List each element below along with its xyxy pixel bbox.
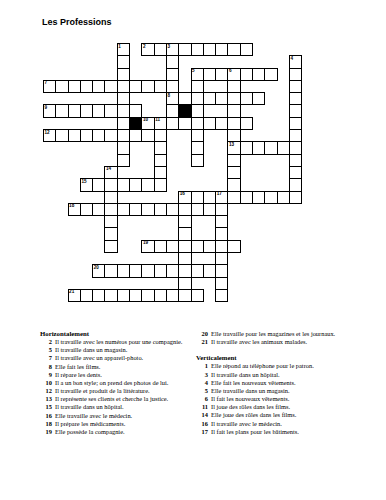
grid-cell-r11c9[interactable] [154,179,166,191]
empty-space [142,166,154,178]
grid-cell-r12c12[interactable] [191,191,203,203]
empty-space [142,56,154,68]
empty-space [265,117,277,129]
clue-number: 8 [40,363,55,371]
clue-text: Il joue des rôles dans les films. [211,403,350,411]
empty-space [228,253,240,265]
empty-space [154,228,166,240]
grid-cell-r15c5[interactable] [105,228,117,240]
grid-cell-r7c2[interactable] [68,130,80,142]
grid-cell-r8c12[interactable] [191,142,203,154]
grid-cell-r12c16[interactable] [240,191,252,203]
grid-cell-r9c20[interactable] [289,154,301,166]
grid-cell-r18c5[interactable] [105,265,117,277]
grid-cell-r5c15[interactable] [228,105,240,117]
empty-space [93,253,105,265]
cell-number-19: 19 [143,240,148,245]
grid-cell-r16c10[interactable] [166,240,178,252]
grid-cell-r6c10[interactable] [166,117,178,129]
empty-space [240,56,252,68]
grid-cell-r13c10[interactable] [166,203,178,215]
empty-space [289,289,301,301]
grid-cell-r8c18[interactable] [265,142,277,154]
empty-space [253,203,265,215]
empty-space [203,105,215,117]
grid-cell-r8c15[interactable]: 13 [228,142,240,154]
grid-cell-r20c11[interactable] [179,289,191,301]
empty-space [265,130,277,142]
grid-cell-r1c20[interactable]: 4 [289,56,301,68]
grid-cell-r11c5[interactable] [105,179,117,191]
clue-text: Elle travaille dans un magasin. [211,387,350,395]
grid-cell-r3c3[interactable] [80,80,92,92]
grid-cell-r3c12[interactable] [191,80,203,92]
grid-cell-r11c20[interactable] [289,179,301,191]
grid-cell-r4c20[interactable] [289,93,301,105]
empty-space [289,216,301,228]
grid-cell-r20c4[interactable] [93,289,105,301]
clue-text: Il travaille dans un hôpital. [55,403,197,411]
grid-cell-r12c13[interactable] [203,191,215,203]
grid-cell-r2c15[interactable]: 6 [228,68,240,80]
grid-cell-r17c14[interactable] [216,253,228,265]
grid-cell-r8c9[interactable] [154,142,166,154]
empty-space [130,154,142,166]
empty-space [191,166,203,178]
empty-space [277,203,289,215]
grid-cell-r2c6[interactable] [117,68,129,80]
grid-cell-r18c14[interactable] [216,265,228,277]
empty-space [191,216,203,228]
empty-space [289,265,301,277]
grid-cell-r4c11[interactable] [179,93,191,105]
grid-cell-r1c6[interactable] [117,56,129,68]
empty-space [93,277,105,289]
grid-cell-r5c6[interactable] [117,105,129,117]
clue-number: 18 [40,420,55,428]
grid-cell-r7c6[interactable] [117,130,129,142]
grid-cell-r3c6[interactable] [117,80,129,92]
grid-cell-r6c8[interactable]: 10 [142,117,154,129]
grid-cell-r3c0[interactable]: 7 [44,80,56,92]
grid-cell-r3c8[interactable] [142,80,154,92]
empty-space [277,130,289,142]
grid-cell-r7c12[interactable] [191,130,203,142]
empty-space [265,80,277,92]
down-header: Verticalement [196,354,350,362]
grid-cell-r9c9[interactable] [154,154,166,166]
grid-cell-r3c7[interactable] [130,80,142,92]
empty-space [44,93,56,105]
empty-space [265,265,277,277]
cell-number-11: 11 [155,117,160,122]
grid-cell-r8c17[interactable] [253,142,265,154]
empty-space [240,166,252,178]
empty-space [117,253,129,265]
grid-cell-r20c9[interactable] [154,289,166,301]
grid-cell-r3c2[interactable] [68,80,80,92]
grid-cell-r6c6[interactable] [117,117,129,129]
clue-number: 5 [196,387,211,395]
grid-cell-r9c6[interactable] [117,154,129,166]
grid-cell-r9c12[interactable] [191,154,203,166]
grid-cell-r7c20[interactable] [289,130,301,142]
empty-space [142,93,154,105]
empty-space [93,216,105,228]
grid-cell-r7c8[interactable] [142,130,154,142]
grid-cell-r16c5[interactable] [105,240,117,252]
empty-space [68,216,80,228]
grid-cell-r1c10[interactable] [166,56,178,68]
empty-space [289,277,301,289]
empty-space [93,142,105,154]
grid-cell-r12c11[interactable]: 16 [179,191,191,203]
grid-cell-r5c20[interactable] [289,105,301,117]
empty-space [142,154,154,166]
grid-cell-r10c15[interactable] [228,166,240,178]
empty-space [130,142,142,154]
grid-cell-r2c17[interactable] [253,68,265,80]
grid-cell-r4c16[interactable] [240,93,252,105]
grid-cell-r4c15[interactable] [228,93,240,105]
grid-cell-r13c9[interactable] [154,203,166,215]
grid-cell-r13c2[interactable]: 18 [68,203,80,215]
empty-space [44,240,56,252]
grid-cell-r8c6[interactable] [117,142,129,154]
cell-number-2: 2 [143,44,146,49]
grid-cell-r8c16[interactable] [240,142,252,154]
grid-cell-r7c0[interactable]: 12 [44,130,56,142]
grid-cell-r0c16[interactable] [240,44,252,56]
clue-number: 9 [40,371,55,379]
grid-cell-r3c10[interactable] [166,80,178,92]
across-clue-19: 19Elle possède la compagnie. [40,428,197,436]
grid-cell-r0c12[interactable] [191,44,203,56]
down-clue-16: 16Il travaille avec le médecin. [196,420,350,428]
clue-number: 2 [40,338,55,346]
grid-cell-r2c10[interactable] [166,68,178,80]
grid-cell-r16c8[interactable]: 19 [142,240,154,252]
grid-cell-r20c12[interactable] [191,289,203,301]
empty-space [253,253,265,265]
empty-space [265,289,277,301]
grid-cell-r20c5[interactable] [105,289,117,301]
empty-space [240,179,252,191]
empty-space [56,228,68,240]
down-clue-6: 6Il fait les nouveaux vêtements. [196,395,350,403]
grid-cell-r4c14[interactable] [216,93,228,105]
grid-cell-r2c20[interactable] [289,68,301,80]
grid-cell-r5c5[interactable] [105,105,117,117]
grid-cell-r11c3[interactable]: 15 [80,179,92,191]
grid-cell-r5c10[interactable] [166,105,178,117]
empty-space [44,166,56,178]
empty-space [253,105,265,117]
grid-cell-r13c12[interactable] [191,203,203,215]
empty-space [191,56,203,68]
grid-cell-r2c14[interactable] [216,68,228,80]
grid-cell-r7c3[interactable] [80,130,92,142]
across-clue-12: 12Il travaille et produit de la littérat… [40,387,197,395]
grid-cell-r12c15[interactable] [228,191,240,203]
empty-space [80,277,92,289]
empty-space [253,289,265,301]
empty-space [216,105,228,117]
empty-space [265,154,277,166]
grid-cell-r3c5[interactable] [105,80,117,92]
grid-cell-r0c14[interactable] [216,44,228,56]
cell-number-7: 7 [45,80,48,85]
grid-cell-r3c1[interactable] [56,80,68,92]
empty-space [68,56,80,68]
empty-space [253,154,265,166]
grid-cell-r5c7[interactable] [130,105,142,117]
grid-cell-r5c12[interactable] [191,105,203,117]
empty-space [166,253,178,265]
grid-cell-r12c17[interactable] [253,191,265,203]
cell-number-1: 1 [118,44,121,49]
empty-space [203,166,215,178]
grid-cell-r6c13[interactable] [203,117,215,129]
empty-space [56,68,68,80]
grid-cell-r16c14[interactable] [216,240,228,252]
grid-cell-r13c8[interactable] [142,203,154,215]
grid-cell-r11c4[interactable] [93,179,105,191]
grid-cell-r15c11[interactable] [179,228,191,240]
grid-cell-r3c15[interactable] [228,80,240,92]
grid-cell-r18c7[interactable] [130,265,142,277]
grid-cell-r4c17[interactable] [253,93,265,105]
grid-cell-r5c0[interactable]: 9 [44,105,56,117]
empty-space [154,253,166,265]
empty-space [265,179,277,191]
grid-cell-r12c19[interactable] [277,191,289,203]
grid-cell-r13c6[interactable] [117,203,129,215]
grid-cell-r4c12[interactable] [191,93,203,105]
grid-cell-r20c8[interactable] [142,289,154,301]
grid-cell-r2c12[interactable]: 5 [191,68,203,80]
empty-space [265,277,277,289]
grid-cell-r6c14[interactable] [216,117,228,129]
grid-cell-r18c4[interactable]: 20 [93,265,105,277]
grid-cell-r0c11[interactable] [179,44,191,56]
empty-space [105,277,117,289]
grid-cell-r0c9[interactable] [154,44,166,56]
grid-cell-r13c7[interactable] [130,203,142,215]
grid-cell-r11c15[interactable] [228,179,240,191]
grid-cell-r7c9[interactable] [154,130,166,142]
empty-space [44,228,56,240]
grid-cell-r18c12[interactable] [191,265,203,277]
empty-space [44,142,56,154]
empty-space [265,44,277,56]
empty-space [142,277,154,289]
grid-cell-r0c6[interactable]: 1 [117,44,129,56]
clue-number: 4 [196,379,211,387]
empty-space [154,93,166,105]
grid-cell-r13c14[interactable] [216,203,228,215]
empty-space [277,228,289,240]
grid-cell-r12c5[interactable] [105,191,117,203]
grid-cell-r6c12[interactable] [191,117,203,129]
empty-space [265,105,277,117]
black-cell-r6c7 [130,117,142,129]
grid-cell-r12c18[interactable] [265,191,277,203]
grid-cell-r14c5[interactable] [105,216,117,228]
empty-space [191,179,203,191]
grid-cell-r18c8[interactable] [142,265,154,277]
grid-cell-r7c7[interactable] [130,130,142,142]
clue-number: 14 [196,411,211,419]
worksheet-page: Les Professions 123456789101112131415161… [0,0,386,500]
grid-cell-r13c3[interactable] [80,203,92,215]
clue-text: Elle possède la compagnie. [55,428,197,436]
grid-cell-r16c12[interactable] [191,240,203,252]
grid-cell-r13c11[interactable] [179,203,191,215]
cell-number-3: 3 [167,44,170,49]
grid-cell-r18c9[interactable] [154,265,166,277]
grid-cell-r20c3[interactable] [80,289,92,301]
grid-cell-r6c11[interactable] [179,117,191,129]
empty-space [216,56,228,68]
empty-space [191,228,203,240]
empty-space [253,228,265,240]
empty-space [68,117,80,129]
empty-space [253,130,265,142]
grid-cell-r5c4[interactable] [93,105,105,117]
empty-space [203,130,215,142]
clue-number: 19 [40,428,55,436]
grid-cell-r12c20[interactable] [289,191,301,203]
grid-cell-r20c10[interactable] [166,289,178,301]
grid-cell-r8c20[interactable] [289,142,301,154]
empty-space [44,289,56,301]
grid-cell-r20c6[interactable] [117,289,129,301]
clue-text: Elle travaille pour les magazines et les… [211,330,350,338]
grid-cell-r7c1[interactable] [56,130,68,142]
across-clue-10: 10Il a un bon style; on prend des photos… [40,379,197,387]
grid-cell-r2c13[interactable] [203,68,215,80]
grid-cell-r16c15[interactable] [228,240,240,252]
empty-space [117,240,129,252]
clue-number: 10 [40,379,55,387]
grid-cell-r10c9[interactable] [154,166,166,178]
empty-space [130,68,142,80]
grid-cell-r14c14[interactable] [216,216,228,228]
grid-cell-r13c13[interactable] [203,203,215,215]
empty-space [154,68,166,80]
grid-cell-r6c20[interactable] [289,117,301,129]
grid-cell-r20c14[interactable] [216,289,228,301]
grid-cell-r4c13[interactable] [203,93,215,105]
grid-cell-r17c11[interactable] [179,253,191,265]
cell-number-16: 16 [180,191,185,196]
grid-cell-r3c9[interactable] [154,80,166,92]
empty-space [117,228,129,240]
empty-space [179,130,191,142]
grid-cell-r3c4[interactable] [93,80,105,92]
grid-cell-r0c10[interactable]: 3 [166,44,178,56]
empty-space [166,216,178,228]
grid-cell-r15c14[interactable] [216,228,228,240]
empty-space [265,253,277,265]
clue-text: Il travaille avec les animaux malades. [211,338,350,346]
grid-cell-r14c11[interactable] [179,216,191,228]
empty-space [166,191,178,203]
empty-space [228,277,240,289]
grid-cell-r5c1[interactable] [56,105,68,117]
empty-space [265,93,277,105]
across-clues-column: Horizontalement 2Il travaille avec les n… [40,330,197,436]
empty-space [44,277,56,289]
empty-space [68,44,80,56]
empty-space [56,179,68,191]
grid-cell-r5c2[interactable] [68,105,80,117]
grid-cell-r3c20[interactable] [289,80,301,92]
grid-cell-r10c5[interactable]: 14 [105,166,117,178]
grid-cell-r7c5[interactable] [105,130,117,142]
grid-cell-r2c16[interactable] [240,68,252,80]
grid-cell-r5c3[interactable] [80,105,92,117]
grid-cell-r6c16[interactable] [240,117,252,129]
grid-cell-r4c10[interactable]: 8 [166,93,178,105]
grid-cell-r16c9[interactable] [154,240,166,252]
across-clue-15: 15Il travaille dans un hôpital. [40,403,197,411]
clue-number: 3 [196,371,211,379]
empty-space [253,265,265,277]
empty-space [142,142,154,154]
grid-cell-r19c11[interactable] [179,277,191,289]
grid-cell-r19c14[interactable] [216,277,228,289]
grid-cell-r18c10[interactable] [166,265,178,277]
empty-space [277,253,289,265]
grid-cell-r13c4[interactable] [93,203,105,215]
grid-cell-r12c14[interactable]: 17 [216,191,228,203]
grid-cell-r16c11[interactable] [179,240,191,252]
grid-cell-r4c6[interactable] [117,93,129,105]
grid-cell-r7c4[interactable] [93,130,105,142]
empty-space [105,93,117,105]
empty-space [179,142,191,154]
grid-cell-r20c2[interactable]: 21 [68,289,80,301]
grid-cell-r11c6[interactable] [117,179,129,191]
grid-cell-r6c15[interactable] [228,117,240,129]
clue-text: Il travaille avec les numéros pour une c… [55,338,197,346]
empty-space [68,191,80,203]
grid-cell-r11c8[interactable] [142,179,154,191]
grid-cell-r13c5[interactable] [105,203,117,215]
clue-number: 17 [196,428,211,436]
grid-cell-r8c19[interactable] [277,142,289,154]
grid-cell-r10c20[interactable] [289,166,301,178]
grid-cell-r16c13[interactable] [203,240,215,252]
grid-cell-r2c18[interactable] [265,68,277,80]
empty-space [179,166,191,178]
grid-cell-r18c6[interactable] [117,265,129,277]
grid-cell-r6c9[interactable]: 11 [154,117,166,129]
empty-space [93,44,105,56]
grid-cell-r20c7[interactable] [130,289,142,301]
grid-cell-r18c13[interactable] [203,265,215,277]
grid-cell-r7c15[interactable] [228,130,240,142]
grid-cell-r0c15[interactable] [228,44,240,56]
grid-cell-r9c15[interactable] [228,154,240,166]
grid-cell-r11c7[interactable] [130,179,142,191]
grid-cell-r0c8[interactable]: 2 [142,44,154,56]
grid-cell-r18c11[interactable] [179,265,191,277]
empty-space [166,142,178,154]
grid-cell-r0c13[interactable] [203,44,215,56]
